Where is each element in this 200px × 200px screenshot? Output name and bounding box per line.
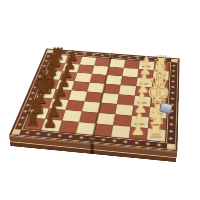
frame-corner-plaque [171,59,178,63]
piece-white-pawn: ♟ [130,122,145,139]
piece-black-rook: ♜ [24,109,42,129]
board-3d-wrapper: ♜♟♟♜♞♟♟♞♝♟♟♝♛♟♟♛♚♟♟♚♝♟♟♝♞♟♟♞♜♟♟♜ [9,49,180,152]
square-e3 [117,94,135,105]
fold-seam-front [90,143,93,154]
chess-set-photo: ♜♟♟♜♞♟♟♞♝♟♟♝♛♟♟♛♚♟♟♚♝♟♟♝♞♟♟♞♜♟♟♜ [0,0,200,200]
square-h1: ♜ [147,128,166,141]
square-h2: ♟ [129,127,148,140]
chess-board: ♜♟♟♜♞♟♟♞♝♟♟♝♛♟♟♛♚♟♟♚♝♟♟♝♞♟♟♞♜♟♟♜ [9,49,180,152]
board-grid: ♜♟♟♜♞♟♟♞♝♟♟♝♛♟♟♛♚♟♟♚♝♟♟♝♞♟♟♞♜♟♟♜ [24,54,169,141]
piece-white-rook: ♜ [147,120,165,140]
frame-corner-plaque [167,143,175,149]
piece-black-pawn: ♟ [43,114,58,130]
